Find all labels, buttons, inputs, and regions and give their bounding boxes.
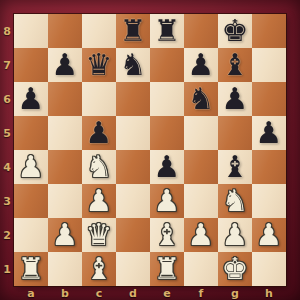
- square-f3[interactable]: [184, 184, 218, 218]
- square-h7[interactable]: [252, 48, 286, 82]
- black-rook-e8[interactable]: ♜: [154, 14, 181, 48]
- black-bishop-g4[interactable]: ♝: [222, 150, 249, 184]
- square-a6[interactable]: ♟: [14, 82, 48, 116]
- black-pawn-b7[interactable]: ♟: [52, 48, 79, 82]
- black-pawn-a6[interactable]: ♟: [18, 82, 45, 116]
- rank-label-6: 6: [0, 82, 14, 116]
- white-pawn-h2[interactable]: ♟: [256, 218, 283, 252]
- square-f2[interactable]: ♟: [184, 218, 218, 252]
- white-pawn-e3[interactable]: ♟: [154, 184, 181, 218]
- square-g5[interactable]: [218, 116, 252, 150]
- white-knight-c4[interactable]: ♞: [86, 150, 113, 184]
- square-a5[interactable]: [14, 116, 48, 150]
- white-pawn-c3[interactable]: ♟: [86, 184, 113, 218]
- square-d4[interactable]: [116, 150, 150, 184]
- file-label-a: a: [14, 286, 48, 300]
- square-e6[interactable]: [150, 82, 184, 116]
- black-king-g8[interactable]: ♚: [222, 14, 249, 48]
- square-b3[interactable]: [48, 184, 82, 218]
- square-g2[interactable]: ♟: [218, 218, 252, 252]
- square-a1[interactable]: ♜: [14, 252, 48, 286]
- square-b2[interactable]: ♟: [48, 218, 82, 252]
- square-a4[interactable]: ♟: [14, 150, 48, 184]
- square-b8[interactable]: [48, 14, 82, 48]
- square-c2[interactable]: ♛: [82, 218, 116, 252]
- square-b1[interactable]: [48, 252, 82, 286]
- rank-label-4: 4: [0, 150, 14, 184]
- square-d3[interactable]: [116, 184, 150, 218]
- square-b7[interactable]: ♟: [48, 48, 82, 82]
- black-bishop-g7[interactable]: ♝: [222, 48, 249, 82]
- square-c7[interactable]: ♛: [82, 48, 116, 82]
- square-b6[interactable]: [48, 82, 82, 116]
- square-c1[interactable]: ♝: [82, 252, 116, 286]
- file-label-g: g: [218, 286, 252, 300]
- white-pawn-b2[interactable]: ♟: [52, 218, 79, 252]
- square-e7[interactable]: [150, 48, 184, 82]
- square-b4[interactable]: [48, 150, 82, 184]
- rank-label-3: 3: [0, 184, 14, 218]
- square-h1[interactable]: [252, 252, 286, 286]
- square-f4[interactable]: [184, 150, 218, 184]
- square-d2[interactable]: [116, 218, 150, 252]
- black-knight-d7[interactable]: ♞: [120, 48, 147, 82]
- square-e4[interactable]: ♟: [150, 150, 184, 184]
- chess-board-frame: ♜♜♚♟♛♞♟♝♟♞♟♟♟♟♞♟♝♟♟♞♟♛♝♟♟♟♜♝♜♚ 87654321a…: [0, 0, 300, 300]
- square-h6[interactable]: [252, 82, 286, 116]
- square-d8[interactable]: ♜: [116, 14, 150, 48]
- white-rook-a1[interactable]: ♜: [18, 252, 45, 286]
- rank-label-1: 1: [0, 252, 14, 286]
- square-a8[interactable]: [14, 14, 48, 48]
- black-pawn-h5[interactable]: ♟: [256, 116, 283, 150]
- square-d1[interactable]: [116, 252, 150, 286]
- white-rook-e1[interactable]: ♜: [154, 252, 181, 286]
- square-f6[interactable]: ♞: [184, 82, 218, 116]
- square-e1[interactable]: ♜: [150, 252, 184, 286]
- square-c3[interactable]: ♟: [82, 184, 116, 218]
- square-f1[interactable]: [184, 252, 218, 286]
- black-pawn-c5[interactable]: ♟: [86, 116, 113, 150]
- black-pawn-g6[interactable]: ♟: [222, 82, 249, 116]
- white-knight-g3[interactable]: ♞: [222, 184, 249, 218]
- white-bishop-c1[interactable]: ♝: [86, 252, 113, 286]
- rank-label-2: 2: [0, 218, 14, 252]
- file-label-d: d: [116, 286, 150, 300]
- square-g6[interactable]: ♟: [218, 82, 252, 116]
- white-bishop-e2[interactable]: ♝: [154, 218, 181, 252]
- black-pawn-e4[interactable]: ♟: [154, 150, 181, 184]
- square-d5[interactable]: [116, 116, 150, 150]
- square-b5[interactable]: [48, 116, 82, 150]
- white-queen-c2[interactable]: ♛: [86, 218, 113, 252]
- square-e2[interactable]: ♝: [150, 218, 184, 252]
- square-c8[interactable]: [82, 14, 116, 48]
- white-king-g1[interactable]: ♚: [222, 252, 249, 286]
- square-e3[interactable]: ♟: [150, 184, 184, 218]
- square-h3[interactable]: [252, 184, 286, 218]
- file-label-c: c: [82, 286, 116, 300]
- black-knight-f6[interactable]: ♞: [188, 82, 215, 116]
- square-c6[interactable]: [82, 82, 116, 116]
- rank-label-5: 5: [0, 116, 14, 150]
- chess-board: ♜♜♚♟♛♞♟♝♟♞♟♟♟♟♞♟♝♟♟♞♟♛♝♟♟♟♜♝♜♚: [14, 14, 286, 286]
- black-queen-c7[interactable]: ♛: [86, 48, 113, 82]
- square-f7[interactable]: ♟: [184, 48, 218, 82]
- black-rook-d8[interactable]: ♜: [120, 14, 147, 48]
- square-g4[interactable]: ♝: [218, 150, 252, 184]
- square-g7[interactable]: ♝: [218, 48, 252, 82]
- file-label-f: f: [184, 286, 218, 300]
- white-pawn-g2[interactable]: ♟: [222, 218, 249, 252]
- square-c5[interactable]: ♟: [82, 116, 116, 150]
- square-e5[interactable]: [150, 116, 184, 150]
- white-pawn-f2[interactable]: ♟: [188, 218, 215, 252]
- square-d6[interactable]: [116, 82, 150, 116]
- square-f5[interactable]: [184, 116, 218, 150]
- square-g3[interactable]: ♞: [218, 184, 252, 218]
- file-label-h: h: [252, 286, 286, 300]
- square-g8[interactable]: ♚: [218, 14, 252, 48]
- rank-label-8: 8: [0, 14, 14, 48]
- square-d7[interactable]: ♞: [116, 48, 150, 82]
- square-h8[interactable]: [252, 14, 286, 48]
- square-h4[interactable]: [252, 150, 286, 184]
- square-a7[interactable]: [14, 48, 48, 82]
- square-a3[interactable]: [14, 184, 48, 218]
- black-pawn-f7[interactable]: ♟: [188, 48, 215, 82]
- file-label-e: e: [150, 286, 184, 300]
- square-c4[interactable]: ♞: [82, 150, 116, 184]
- square-f8[interactable]: [184, 14, 218, 48]
- rank-label-7: 7: [0, 48, 14, 82]
- square-h2[interactable]: ♟: [252, 218, 286, 252]
- white-pawn-a4[interactable]: ♟: [18, 150, 45, 184]
- square-h5[interactable]: ♟: [252, 116, 286, 150]
- square-g1[interactable]: ♚: [218, 252, 252, 286]
- file-label-b: b: [48, 286, 82, 300]
- square-a2[interactable]: [14, 218, 48, 252]
- square-e8[interactable]: ♜: [150, 14, 184, 48]
